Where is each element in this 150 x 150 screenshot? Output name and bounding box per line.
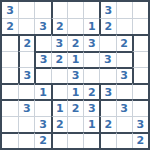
cell-r7c5[interactable]: 2 [67,99,83,115]
cell-r2c2[interactable] [18,18,34,34]
cell-r3c8[interactable]: 2 [116,34,132,50]
cell-r1c5[interactable] [67,2,83,18]
cell-r1c7[interactable]: 3 [99,2,115,18]
cell-r2c1[interactable]: 2 [2,18,18,34]
cell-r7c6[interactable]: 3 [83,99,99,115]
cell-r9c9[interactable]: 2 [132,132,148,148]
cell-r4c2[interactable] [18,51,34,67]
cell-r6c9[interactable] [132,83,148,99]
cell-r2c7[interactable]: 2 [99,18,115,34]
cell-r3c4[interactable]: 3 [51,34,67,50]
cell-r2c5[interactable] [67,18,83,34]
cell-r9c4[interactable] [51,132,67,148]
cell-r5c8[interactable]: 3 [116,67,132,83]
cell-r9c7[interactable] [99,132,115,148]
cell-r5c2[interactable]: 3 [18,67,34,83]
cell-r5c9[interactable] [132,67,148,83]
cell-r8c7[interactable]: 2 [99,116,115,132]
cell-r4c5[interactable]: 1 [67,51,83,67]
cell-r1c3[interactable] [34,2,50,18]
cell-r8c1[interactable] [2,116,18,132]
cell-r3c7[interactable] [99,34,115,50]
cell-r9c2[interactable] [18,132,34,148]
cell-r3c2[interactable]: 2 [18,34,34,50]
cell-r9c3[interactable]: 2 [34,132,50,148]
cell-r4c8[interactable] [116,51,132,67]
cell-r9c8[interactable] [116,132,132,148]
cell-r7c3[interactable] [34,99,50,115]
cell-r1c4[interactable] [51,2,67,18]
cell-r8c5[interactable] [67,116,83,132]
cell-r1c6[interactable] [83,2,99,18]
cell-r4c3[interactable]: 3 [34,51,50,67]
cell-r4c9[interactable] [132,51,148,67]
cell-r6c4[interactable] [51,83,67,99]
cell-r6c1[interactable] [2,83,18,99]
cell-r9c6[interactable] [83,132,99,148]
cell-r3c5[interactable]: 2 [67,34,83,50]
cell-r3c3[interactable] [34,34,50,50]
cell-r2c4[interactable]: 2 [51,18,67,34]
cell-r6c5[interactable]: 1 [67,83,83,99]
cell-r8c8[interactable] [116,116,132,132]
cell-r4c4[interactable]: 2 [51,51,67,67]
cell-r7c4[interactable]: 1 [51,99,67,115]
cell-r1c2[interactable] [18,2,34,18]
cell-r5c1[interactable] [2,67,18,83]
cell-r7c8[interactable]: 3 [116,99,132,115]
cell-r7c9[interactable] [132,99,148,115]
cell-r5c7[interactable] [99,67,115,83]
cell-r3c9[interactable] [132,34,148,50]
cell-r8c6[interactable]: 1 [83,116,99,132]
cell-r2c3[interactable]: 3 [34,18,50,34]
cell-r1c8[interactable] [116,2,132,18]
cell-r8c9[interactable]: 3 [132,116,148,132]
cell-r2c9[interactable] [132,18,148,34]
cell-r7c2[interactable]: 3 [18,99,34,115]
cell-r5c4[interactable] [51,67,67,83]
cell-r9c1[interactable] [2,132,18,148]
cell-r7c7[interactable] [99,99,115,115]
cell-r1c9[interactable] [132,2,148,18]
cell-r6c7[interactable]: 3 [99,83,115,99]
cell-r1c1[interactable]: 3 [2,2,18,18]
cell-r4c7[interactable]: 3 [99,51,115,67]
cell-r7c1[interactable] [2,99,18,115]
puzzle-board: 33232122323232133331123312333212322 [0,0,150,150]
cell-r5c3[interactable] [34,67,50,83]
cell-r6c6[interactable]: 2 [83,83,99,99]
cell-r4c1[interactable] [2,51,18,67]
cell-r8c2[interactable] [18,116,34,132]
cell-r8c4[interactable]: 2 [51,116,67,132]
cell-r3c6[interactable]: 3 [83,34,99,50]
cell-r2c8[interactable] [116,18,132,34]
cell-r9c5[interactable] [67,132,83,148]
cell-r6c2[interactable] [18,83,34,99]
cell-r5c6[interactable] [83,67,99,83]
cell-r5c5[interactable]: 3 [67,67,83,83]
cell-r6c3[interactable]: 1 [34,83,50,99]
cell-r8c3[interactable]: 3 [34,116,50,132]
cell-r3c1[interactable] [2,34,18,50]
cell-r2c6[interactable]: 1 [83,18,99,34]
cell-r6c8[interactable] [116,83,132,99]
cell-r4c6[interactable] [83,51,99,67]
